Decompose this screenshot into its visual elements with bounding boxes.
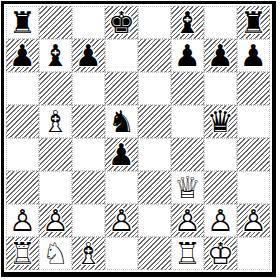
piece-white-pawn: ♙ — [204, 204, 237, 237]
square-c5 — [72, 105, 105, 138]
piece-white-pawn: ♙ — [105, 204, 138, 237]
square-c7: ♟ — [72, 39, 105, 72]
square-a1: ♜♖ — [6, 237, 39, 270]
square-f3: ♛♕ — [171, 171, 204, 204]
piece-black-queen: ♛ — [204, 105, 237, 138]
square-g2: ♟♙ — [204, 204, 237, 237]
piece-white-king: ♔ — [204, 237, 237, 270]
square-b2: ♟♙ — [39, 204, 72, 237]
square-e3 — [138, 171, 171, 204]
square-g4 — [204, 138, 237, 171]
square-d5: ♞ — [105, 105, 138, 138]
square-f2: ♟♙ — [171, 204, 204, 237]
square-a3 — [6, 171, 39, 204]
square-h3 — [237, 171, 270, 204]
square-h5 — [237, 105, 270, 138]
square-g6 — [204, 72, 237, 105]
square-h4 — [237, 138, 270, 171]
piece-black-pawn: ♟ — [237, 39, 270, 72]
square-a6 — [6, 72, 39, 105]
chess-diagram: ♜♚♝♜♟♝♟♟♟♟♝♗♞♛♟♛♕♟♙♟♙♟♙♟♙♟♙♟♙♜♖♞♘♝♗♜♖♚♔ — [0, 0, 280, 280]
square-e6 — [138, 72, 171, 105]
piece-black-pawn: ♟ — [6, 39, 39, 72]
square-f1: ♜♖ — [171, 237, 204, 270]
square-a2: ♟♙ — [6, 204, 39, 237]
square-d2: ♟♙ — [105, 204, 138, 237]
chess-board: ♜♚♝♜♟♝♟♟♟♟♝♗♞♛♟♛♕♟♙♟♙♟♙♟♙♟♙♟♙♜♖♞♘♝♗♜♖♚♔ — [6, 6, 270, 270]
square-b4 — [39, 138, 72, 171]
square-d1 — [105, 237, 138, 270]
square-e2 — [138, 204, 171, 237]
piece-white-bishop: ♗ — [39, 105, 72, 138]
square-c3 — [72, 171, 105, 204]
square-b6 — [39, 72, 72, 105]
piece-black-bishop: ♝ — [171, 6, 204, 39]
piece-white-rook: ♖ — [6, 237, 39, 270]
square-f6 — [171, 72, 204, 105]
square-e1 — [138, 237, 171, 270]
square-g1: ♚♔ — [204, 237, 237, 270]
square-d6 — [105, 72, 138, 105]
piece-white-queen: ♕ — [171, 171, 204, 204]
square-h2: ♟♙ — [237, 204, 270, 237]
square-h1 — [237, 237, 270, 270]
square-c6 — [72, 72, 105, 105]
piece-black-pawn: ♟ — [105, 138, 138, 171]
square-d3 — [105, 171, 138, 204]
square-f4 — [171, 138, 204, 171]
square-a7: ♟ — [6, 39, 39, 72]
piece-black-rook: ♜ — [6, 6, 39, 39]
piece-black-pawn: ♟ — [204, 39, 237, 72]
square-h7: ♟ — [237, 39, 270, 72]
piece-black-king: ♚ — [105, 6, 138, 39]
square-f7: ♟ — [171, 39, 204, 72]
square-g3 — [204, 171, 237, 204]
piece-black-knight: ♞ — [105, 105, 138, 138]
square-e4 — [138, 138, 171, 171]
square-a5 — [6, 105, 39, 138]
piece-black-bishop: ♝ — [39, 39, 72, 72]
square-g8 — [204, 6, 237, 39]
piece-white-pawn: ♙ — [171, 204, 204, 237]
square-c2 — [72, 204, 105, 237]
square-f8: ♝ — [171, 6, 204, 39]
square-b8 — [39, 6, 72, 39]
square-b7: ♝ — [39, 39, 72, 72]
square-e5 — [138, 105, 171, 138]
square-h8: ♜ — [237, 6, 270, 39]
piece-white-bishop: ♗ — [72, 237, 105, 270]
piece-white-pawn: ♙ — [39, 204, 72, 237]
square-g5: ♛ — [204, 105, 237, 138]
square-b3 — [39, 171, 72, 204]
square-b1: ♞♘ — [39, 237, 72, 270]
piece-white-pawn: ♙ — [6, 204, 39, 237]
square-f5 — [171, 105, 204, 138]
square-b5: ♝♗ — [39, 105, 72, 138]
square-d8: ♚ — [105, 6, 138, 39]
square-c1: ♝♗ — [72, 237, 105, 270]
square-e7 — [138, 39, 171, 72]
square-c8 — [72, 6, 105, 39]
piece-black-rook: ♜ — [237, 6, 270, 39]
square-h6 — [237, 72, 270, 105]
piece-white-rook: ♖ — [171, 237, 204, 270]
piece-white-knight: ♘ — [39, 237, 72, 270]
square-a4 — [6, 138, 39, 171]
square-d7 — [105, 39, 138, 72]
piece-white-pawn: ♙ — [237, 204, 270, 237]
piece-black-pawn: ♟ — [171, 39, 204, 72]
square-c4 — [72, 138, 105, 171]
square-a8: ♜ — [6, 6, 39, 39]
square-e8 — [138, 6, 171, 39]
piece-black-pawn: ♟ — [72, 39, 105, 72]
board-frame: ♜♚♝♜♟♝♟♟♟♟♝♗♞♛♟♛♕♟♙♟♙♟♙♟♙♟♙♟♙♜♖♞♘♝♗♜♖♚♔ — [1, 1, 276, 277]
square-g7: ♟ — [204, 39, 237, 72]
square-d4: ♟ — [105, 138, 138, 171]
